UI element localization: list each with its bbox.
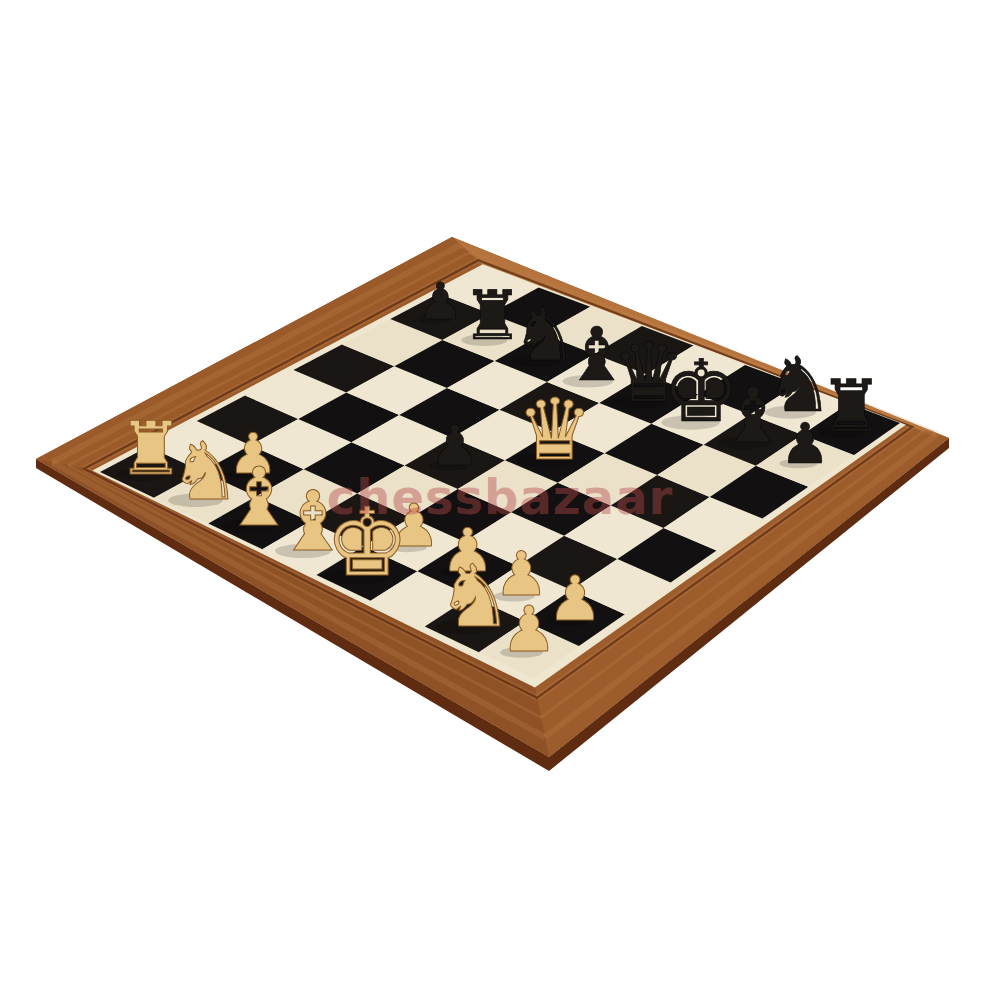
piece-black-B-g7[interactable]: ♝ (719, 371, 788, 460)
piece-white-Q-e5[interactable]: ♛ (517, 380, 593, 479)
piece-white-P-h1[interactable]: ♟ (501, 593, 557, 666)
piece-black-P-h7[interactable]: ♟ (780, 411, 830, 476)
watermark: chessbazaar (327, 469, 673, 525)
chess-photo-scene: ♟♜♞♝♛♞♚♜♝♛♟♟♟♜♞♝♟♝♟♚♟♟♞♟ chessbazaar (0, 0, 1000, 1000)
piece-black-P-a7[interactable]: ♟ (418, 272, 464, 331)
